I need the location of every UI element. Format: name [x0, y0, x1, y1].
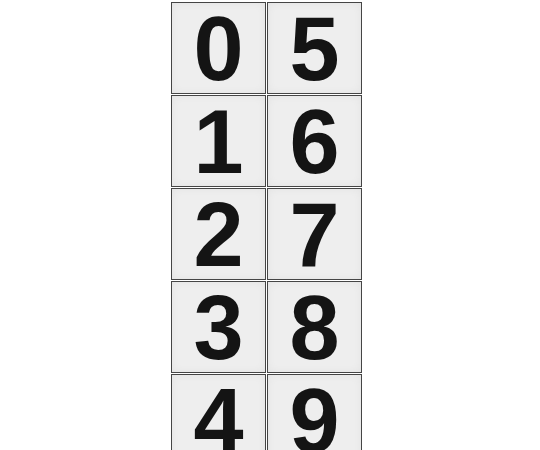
digit-1: 1 [193, 97, 243, 187]
sticker-cell-5: 5 [267, 2, 362, 94]
sticker-cell-2: 2 [171, 188, 266, 280]
sticker-cell-1: 1 [171, 95, 266, 187]
digit-5: 5 [289, 4, 339, 94]
digit-9: 9 [289, 376, 339, 450]
sticker-cell-6: 6 [267, 95, 362, 187]
sticker-cell-0: 0 [171, 2, 266, 94]
number-sticker-sheet: 0 5 1 6 2 7 3 8 4 9 [171, 2, 362, 446]
digit-4: 4 [193, 376, 243, 450]
sticker-cell-9: 9 [267, 374, 362, 450]
sticker-cell-3: 3 [171, 281, 266, 373]
digit-2: 2 [193, 190, 243, 280]
digit-0: 0 [193, 4, 243, 94]
sticker-cell-4: 4 [171, 374, 266, 450]
digit-8: 8 [289, 283, 339, 373]
digit-3: 3 [193, 283, 243, 373]
sticker-cell-7: 7 [267, 188, 362, 280]
digit-6: 6 [289, 97, 339, 187]
sticker-cell-8: 8 [267, 281, 362, 373]
digit-7: 7 [289, 190, 339, 280]
